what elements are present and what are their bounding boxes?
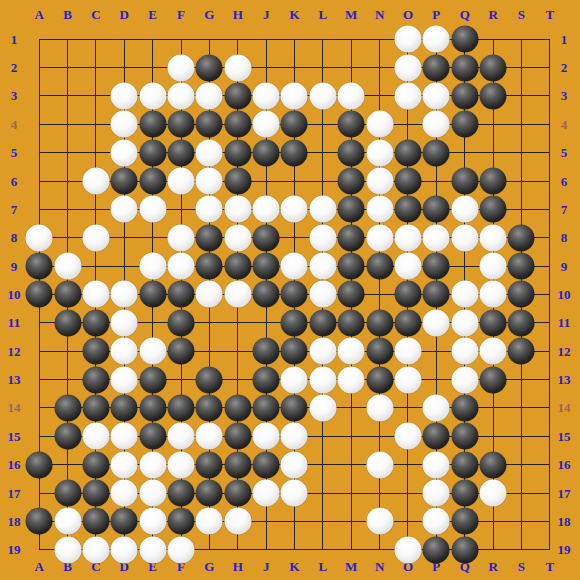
intersection-J4[interactable] [252, 110, 280, 138]
intersection-B6[interactable] [53, 167, 81, 195]
intersection-P15[interactable] [422, 422, 450, 450]
intersection-G11[interactable] [195, 309, 223, 337]
intersection-C5[interactable] [82, 138, 110, 166]
intersection-E18[interactable] [138, 507, 166, 535]
intersection-L8[interactable] [309, 224, 337, 252]
intersection-L15[interactable] [309, 422, 337, 450]
intersection-J16[interactable] [252, 451, 280, 479]
intersection-T5[interactable] [536, 138, 564, 166]
intersection-Q15[interactable] [451, 422, 479, 450]
intersection-K12[interactable] [280, 337, 308, 365]
intersection-A6[interactable] [25, 167, 53, 195]
intersection-A15[interactable] [25, 422, 53, 450]
intersection-R14[interactable] [479, 394, 507, 422]
intersection-M9[interactable] [337, 252, 365, 280]
intersection-O4[interactable] [394, 110, 422, 138]
intersection-O3[interactable] [394, 82, 422, 110]
intersection-R1[interactable] [479, 25, 507, 53]
intersection-H16[interactable] [224, 451, 252, 479]
intersection-C17[interactable] [82, 479, 110, 507]
intersection-K7[interactable] [280, 195, 308, 223]
intersection-M10[interactable] [337, 280, 365, 308]
intersection-M17[interactable] [337, 479, 365, 507]
intersection-J8[interactable] [252, 224, 280, 252]
intersection-O7[interactable] [394, 195, 422, 223]
intersection-K4[interactable] [280, 110, 308, 138]
intersection-D7[interactable] [110, 195, 138, 223]
intersection-P9[interactable] [422, 252, 450, 280]
intersection-L2[interactable] [309, 53, 337, 81]
intersection-J10[interactable] [252, 280, 280, 308]
intersection-N6[interactable] [365, 167, 393, 195]
intersection-O6[interactable] [394, 167, 422, 195]
intersection-K16[interactable] [280, 451, 308, 479]
intersection-J5[interactable] [252, 138, 280, 166]
intersection-P6[interactable] [422, 167, 450, 195]
intersection-J11[interactable] [252, 309, 280, 337]
intersection-F11[interactable] [167, 309, 195, 337]
intersection-R19[interactable] [479, 536, 507, 564]
intersection-B1[interactable] [53, 25, 81, 53]
intersection-J18[interactable] [252, 507, 280, 535]
intersection-M5[interactable] [337, 138, 365, 166]
intersection-Q7[interactable] [451, 195, 479, 223]
intersection-T12[interactable] [536, 337, 564, 365]
intersection-S8[interactable] [507, 224, 535, 252]
intersection-A12[interactable] [25, 337, 53, 365]
intersection-B12[interactable] [53, 337, 81, 365]
intersection-Q19[interactable] [451, 536, 479, 564]
intersection-S9[interactable] [507, 252, 535, 280]
intersection-Q16[interactable] [451, 451, 479, 479]
intersection-E3[interactable] [138, 82, 166, 110]
intersection-C10[interactable] [82, 280, 110, 308]
intersection-J6[interactable] [252, 167, 280, 195]
intersection-M16[interactable] [337, 451, 365, 479]
intersection-N4[interactable] [365, 110, 393, 138]
intersection-N15[interactable] [365, 422, 393, 450]
intersection-K2[interactable] [280, 53, 308, 81]
intersection-O11[interactable] [394, 309, 422, 337]
intersection-N9[interactable] [365, 252, 393, 280]
intersection-N11[interactable] [365, 309, 393, 337]
intersection-D18[interactable] [110, 507, 138, 535]
intersection-R18[interactable] [479, 507, 507, 535]
intersection-M3[interactable] [337, 82, 365, 110]
intersection-R4[interactable] [479, 110, 507, 138]
intersection-Q18[interactable] [451, 507, 479, 535]
intersection-K8[interactable] [280, 224, 308, 252]
intersection-T11[interactable] [536, 309, 564, 337]
intersection-H4[interactable] [224, 110, 252, 138]
intersection-B8[interactable] [53, 224, 81, 252]
intersection-T8[interactable] [536, 224, 564, 252]
intersection-D10[interactable] [110, 280, 138, 308]
intersection-N17[interactable] [365, 479, 393, 507]
intersection-H12[interactable] [224, 337, 252, 365]
intersection-T4[interactable] [536, 110, 564, 138]
intersection-H19[interactable] [224, 536, 252, 564]
intersection-B16[interactable] [53, 451, 81, 479]
intersection-O9[interactable] [394, 252, 422, 280]
intersection-N5[interactable] [365, 138, 393, 166]
intersection-K17[interactable] [280, 479, 308, 507]
intersection-B10[interactable] [53, 280, 81, 308]
intersection-K5[interactable] [280, 138, 308, 166]
intersection-A18[interactable] [25, 507, 53, 535]
intersection-C7[interactable] [82, 195, 110, 223]
intersection-Q12[interactable] [451, 337, 479, 365]
intersection-R11[interactable] [479, 309, 507, 337]
intersection-Q10[interactable] [451, 280, 479, 308]
intersection-L10[interactable] [309, 280, 337, 308]
intersection-P14[interactable] [422, 394, 450, 422]
intersection-O15[interactable] [394, 422, 422, 450]
intersection-D2[interactable] [110, 53, 138, 81]
intersection-T18[interactable] [536, 507, 564, 535]
intersection-C14[interactable] [82, 394, 110, 422]
intersection-L6[interactable] [309, 167, 337, 195]
intersection-S10[interactable] [507, 280, 535, 308]
intersection-S7[interactable] [507, 195, 535, 223]
intersection-G15[interactable] [195, 422, 223, 450]
intersection-O10[interactable] [394, 280, 422, 308]
intersection-F15[interactable] [167, 422, 195, 450]
intersection-G8[interactable] [195, 224, 223, 252]
intersection-B9[interactable] [53, 252, 81, 280]
intersection-J12[interactable] [252, 337, 280, 365]
intersection-C11[interactable] [82, 309, 110, 337]
intersection-H8[interactable] [224, 224, 252, 252]
intersection-O17[interactable] [394, 479, 422, 507]
intersection-S11[interactable] [507, 309, 535, 337]
intersection-S17[interactable] [507, 479, 535, 507]
intersection-E17[interactable] [138, 479, 166, 507]
intersection-P19[interactable] [422, 536, 450, 564]
intersection-P8[interactable] [422, 224, 450, 252]
intersection-P10[interactable] [422, 280, 450, 308]
intersection-M2[interactable] [337, 53, 365, 81]
intersection-H2[interactable] [224, 53, 252, 81]
intersection-C12[interactable] [82, 337, 110, 365]
intersection-S19[interactable] [507, 536, 535, 564]
intersection-A17[interactable] [25, 479, 53, 507]
intersection-N12[interactable] [365, 337, 393, 365]
intersection-G5[interactable] [195, 138, 223, 166]
intersection-C9[interactable] [82, 252, 110, 280]
intersection-M6[interactable] [337, 167, 365, 195]
intersection-B5[interactable] [53, 138, 81, 166]
intersection-O8[interactable] [394, 224, 422, 252]
intersection-F19[interactable] [167, 536, 195, 564]
intersection-F3[interactable] [167, 82, 195, 110]
intersection-T13[interactable] [536, 365, 564, 393]
intersection-L1[interactable] [309, 25, 337, 53]
intersection-G17[interactable] [195, 479, 223, 507]
intersection-P12[interactable] [422, 337, 450, 365]
intersection-K11[interactable] [280, 309, 308, 337]
intersection-T2[interactable] [536, 53, 564, 81]
intersection-E10[interactable] [138, 280, 166, 308]
intersection-J17[interactable] [252, 479, 280, 507]
intersection-R13[interactable] [479, 365, 507, 393]
intersection-M18[interactable] [337, 507, 365, 535]
intersection-K15[interactable] [280, 422, 308, 450]
intersection-A7[interactable] [25, 195, 53, 223]
intersection-H13[interactable] [224, 365, 252, 393]
intersection-T14[interactable] [536, 394, 564, 422]
intersection-A10[interactable] [25, 280, 53, 308]
intersection-N18[interactable] [365, 507, 393, 535]
intersection-C18[interactable] [82, 507, 110, 535]
intersection-N7[interactable] [365, 195, 393, 223]
intersection-F4[interactable] [167, 110, 195, 138]
intersection-P2[interactable] [422, 53, 450, 81]
intersection-O1[interactable] [394, 25, 422, 53]
intersection-Q4[interactable] [451, 110, 479, 138]
intersection-H5[interactable] [224, 138, 252, 166]
intersection-S4[interactable] [507, 110, 535, 138]
intersection-B11[interactable] [53, 309, 81, 337]
intersection-C1[interactable] [82, 25, 110, 53]
intersection-E1[interactable] [138, 25, 166, 53]
intersection-F18[interactable] [167, 507, 195, 535]
intersection-N13[interactable] [365, 365, 393, 393]
intersection-E19[interactable] [138, 536, 166, 564]
intersection-K3[interactable] [280, 82, 308, 110]
intersection-Q17[interactable] [451, 479, 479, 507]
intersection-D17[interactable] [110, 479, 138, 507]
intersection-D3[interactable] [110, 82, 138, 110]
intersection-E9[interactable] [138, 252, 166, 280]
intersection-D15[interactable] [110, 422, 138, 450]
intersection-Q3[interactable] [451, 82, 479, 110]
intersection-G9[interactable] [195, 252, 223, 280]
intersection-O14[interactable] [394, 394, 422, 422]
intersection-H11[interactable] [224, 309, 252, 337]
intersection-P4[interactable] [422, 110, 450, 138]
intersection-H15[interactable] [224, 422, 252, 450]
intersection-R3[interactable] [479, 82, 507, 110]
intersection-F13[interactable] [167, 365, 195, 393]
intersection-P13[interactable] [422, 365, 450, 393]
intersection-R15[interactable] [479, 422, 507, 450]
intersection-D5[interactable] [110, 138, 138, 166]
intersection-T6[interactable] [536, 167, 564, 195]
intersection-N3[interactable] [365, 82, 393, 110]
intersection-E6[interactable] [138, 167, 166, 195]
intersection-T7[interactable] [536, 195, 564, 223]
intersection-L5[interactable] [309, 138, 337, 166]
intersection-K19[interactable] [280, 536, 308, 564]
intersection-O13[interactable] [394, 365, 422, 393]
intersection-D14[interactable] [110, 394, 138, 422]
intersection-S5[interactable] [507, 138, 535, 166]
intersection-O18[interactable] [394, 507, 422, 535]
intersection-J19[interactable] [252, 536, 280, 564]
intersection-M14[interactable] [337, 394, 365, 422]
intersection-A1[interactable] [25, 25, 53, 53]
intersection-D12[interactable] [110, 337, 138, 365]
intersection-Q14[interactable] [451, 394, 479, 422]
intersection-T15[interactable] [536, 422, 564, 450]
intersection-N2[interactable] [365, 53, 393, 81]
intersection-R5[interactable] [479, 138, 507, 166]
intersection-K9[interactable] [280, 252, 308, 280]
intersection-T1[interactable] [536, 25, 564, 53]
intersection-O19[interactable] [394, 536, 422, 564]
intersection-G13[interactable] [195, 365, 223, 393]
intersection-K13[interactable] [280, 365, 308, 393]
intersection-A11[interactable] [25, 309, 53, 337]
intersection-J15[interactable] [252, 422, 280, 450]
intersection-P7[interactable] [422, 195, 450, 223]
intersection-R8[interactable] [479, 224, 507, 252]
intersection-G7[interactable] [195, 195, 223, 223]
intersection-N14[interactable] [365, 394, 393, 422]
intersection-L13[interactable] [309, 365, 337, 393]
intersection-R7[interactable] [479, 195, 507, 223]
intersection-C8[interactable] [82, 224, 110, 252]
intersection-E16[interactable] [138, 451, 166, 479]
intersection-F5[interactable] [167, 138, 195, 166]
intersection-Q13[interactable] [451, 365, 479, 393]
intersection-D16[interactable] [110, 451, 138, 479]
intersection-B14[interactable] [53, 394, 81, 422]
intersection-B2[interactable] [53, 53, 81, 81]
intersection-G10[interactable] [195, 280, 223, 308]
intersection-L3[interactable] [309, 82, 337, 110]
intersection-G14[interactable] [195, 394, 223, 422]
intersection-J13[interactable] [252, 365, 280, 393]
intersection-S2[interactable] [507, 53, 535, 81]
intersection-H14[interactable] [224, 394, 252, 422]
intersection-K1[interactable] [280, 25, 308, 53]
intersection-H1[interactable] [224, 25, 252, 53]
intersection-L16[interactable] [309, 451, 337, 479]
intersection-M7[interactable] [337, 195, 365, 223]
intersection-F1[interactable] [167, 25, 195, 53]
intersection-R2[interactable] [479, 53, 507, 81]
intersection-T17[interactable] [536, 479, 564, 507]
intersection-J14[interactable] [252, 394, 280, 422]
intersection-M12[interactable] [337, 337, 365, 365]
intersection-E11[interactable] [138, 309, 166, 337]
intersection-P18[interactable] [422, 507, 450, 535]
intersection-R12[interactable] [479, 337, 507, 365]
intersection-B7[interactable] [53, 195, 81, 223]
intersection-O5[interactable] [394, 138, 422, 166]
intersection-E15[interactable] [138, 422, 166, 450]
intersection-J7[interactable] [252, 195, 280, 223]
intersection-H3[interactable] [224, 82, 252, 110]
intersection-A2[interactable] [25, 53, 53, 81]
intersection-P1[interactable] [422, 25, 450, 53]
intersection-B19[interactable] [53, 536, 81, 564]
intersection-D8[interactable] [110, 224, 138, 252]
intersection-E2[interactable] [138, 53, 166, 81]
intersection-A13[interactable] [25, 365, 53, 393]
intersection-H18[interactable] [224, 507, 252, 535]
intersection-O16[interactable] [394, 451, 422, 479]
intersection-F7[interactable] [167, 195, 195, 223]
intersection-G3[interactable] [195, 82, 223, 110]
intersection-R6[interactable] [479, 167, 507, 195]
intersection-N1[interactable] [365, 25, 393, 53]
intersection-C16[interactable] [82, 451, 110, 479]
intersection-F14[interactable] [167, 394, 195, 422]
intersection-J1[interactable] [252, 25, 280, 53]
intersection-M13[interactable] [337, 365, 365, 393]
intersection-F12[interactable] [167, 337, 195, 365]
intersection-S1[interactable] [507, 25, 535, 53]
intersection-B3[interactable] [53, 82, 81, 110]
intersection-J3[interactable] [252, 82, 280, 110]
intersection-H17[interactable] [224, 479, 252, 507]
intersection-E12[interactable] [138, 337, 166, 365]
intersection-G6[interactable] [195, 167, 223, 195]
intersection-S15[interactable] [507, 422, 535, 450]
intersection-G1[interactable] [195, 25, 223, 53]
intersection-J2[interactable] [252, 53, 280, 81]
intersection-N16[interactable] [365, 451, 393, 479]
intersection-S14[interactable] [507, 394, 535, 422]
intersection-B13[interactable] [53, 365, 81, 393]
intersection-J9[interactable] [252, 252, 280, 280]
intersection-S18[interactable] [507, 507, 535, 535]
intersection-T3[interactable] [536, 82, 564, 110]
intersection-Q9[interactable] [451, 252, 479, 280]
intersection-D1[interactable] [110, 25, 138, 53]
intersection-R9[interactable] [479, 252, 507, 280]
intersection-E7[interactable] [138, 195, 166, 223]
intersection-H6[interactable] [224, 167, 252, 195]
intersection-G18[interactable] [195, 507, 223, 535]
intersection-P11[interactable] [422, 309, 450, 337]
intersection-A16[interactable] [25, 451, 53, 479]
intersection-E13[interactable] [138, 365, 166, 393]
intersection-Q11[interactable] [451, 309, 479, 337]
intersection-A19[interactable] [25, 536, 53, 564]
intersection-T10[interactable] [536, 280, 564, 308]
intersection-P17[interactable] [422, 479, 450, 507]
intersection-T19[interactable] [536, 536, 564, 564]
intersection-C3[interactable] [82, 82, 110, 110]
intersection-S12[interactable] [507, 337, 535, 365]
intersection-F8[interactable] [167, 224, 195, 252]
intersection-M1[interactable] [337, 25, 365, 53]
intersection-F9[interactable] [167, 252, 195, 280]
intersection-L18[interactable] [309, 507, 337, 535]
intersection-F10[interactable] [167, 280, 195, 308]
intersection-G2[interactable] [195, 53, 223, 81]
intersection-K6[interactable] [280, 167, 308, 195]
intersection-E14[interactable] [138, 394, 166, 422]
intersection-B17[interactable] [53, 479, 81, 507]
intersection-C15[interactable] [82, 422, 110, 450]
intersection-A14[interactable] [25, 394, 53, 422]
intersection-M8[interactable] [337, 224, 365, 252]
intersection-S13[interactable] [507, 365, 535, 393]
intersection-B4[interactable] [53, 110, 81, 138]
intersection-H10[interactable] [224, 280, 252, 308]
intersection-L11[interactable] [309, 309, 337, 337]
intersection-S3[interactable] [507, 82, 535, 110]
intersection-E8[interactable] [138, 224, 166, 252]
intersection-L19[interactable] [309, 536, 337, 564]
intersection-L17[interactable] [309, 479, 337, 507]
intersection-H9[interactable] [224, 252, 252, 280]
